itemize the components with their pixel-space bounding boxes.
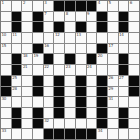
black-cell	[54, 108, 64, 118]
white-cell[interactable]	[87, 87, 97, 97]
white-cell[interactable]	[65, 108, 75, 118]
clue-number: 7	[44, 12, 46, 17]
black-cell	[12, 65, 22, 75]
clue-number: 21	[23, 65, 28, 70]
white-cell[interactable]: 21	[22, 65, 32, 75]
white-cell[interactable]: 3	[44, 1, 54, 11]
white-cell[interactable]	[22, 22, 32, 32]
black-cell	[129, 87, 139, 97]
black-cell	[1, 76, 11, 86]
white-cell[interactable]	[108, 119, 118, 129]
clue-number: 11	[12, 33, 17, 38]
white-cell[interactable]	[129, 33, 139, 43]
white-cell[interactable]	[65, 44, 75, 54]
clue-number: 23	[66, 65, 71, 70]
white-cell[interactable]	[87, 76, 97, 86]
black-cell	[76, 108, 86, 118]
white-cell[interactable]	[87, 33, 97, 43]
black-cell	[65, 1, 75, 11]
white-cell[interactable]: 1	[1, 1, 11, 11]
crossword-grid: 1234567891011121314151617181920212223242…	[0, 0, 140, 140]
clue-number: 30	[2, 97, 7, 102]
clue-number: 31	[108, 97, 113, 102]
black-cell	[54, 22, 64, 32]
white-cell[interactable]	[129, 129, 139, 139]
white-cell[interactable]	[108, 22, 118, 32]
white-cell[interactable]	[119, 1, 129, 11]
white-cell[interactable]: 11	[12, 33, 22, 43]
white-cell[interactable]	[108, 108, 118, 118]
black-cell	[119, 119, 129, 129]
white-cell[interactable]	[54, 119, 64, 129]
white-cell[interactable]	[76, 44, 86, 54]
black-cell	[54, 87, 64, 97]
black-cell	[33, 76, 43, 86]
white-cell[interactable]	[22, 12, 32, 22]
white-cell[interactable]	[129, 65, 139, 75]
white-cell[interactable]	[33, 33, 43, 43]
black-cell	[54, 76, 64, 86]
clue-number: 26	[108, 76, 113, 81]
white-cell[interactable]	[97, 33, 107, 43]
black-cell	[119, 22, 129, 32]
clue-number: 22	[44, 65, 49, 70]
white-cell[interactable]	[76, 54, 86, 64]
clue-number: 6	[130, 1, 132, 6]
white-cell[interactable]	[65, 22, 75, 32]
white-cell[interactable]	[44, 97, 54, 107]
black-cell	[54, 97, 64, 107]
white-cell[interactable]	[54, 65, 64, 75]
clue-number: 14	[119, 33, 124, 38]
black-cell	[97, 22, 107, 32]
black-cell	[12, 119, 22, 129]
white-cell[interactable]	[129, 54, 139, 64]
clue-number: 2	[23, 1, 25, 6]
black-cell	[76, 87, 86, 97]
black-cell	[97, 76, 107, 86]
white-cell[interactable]	[22, 33, 32, 43]
black-cell	[97, 87, 107, 97]
white-cell[interactable]: 28	[12, 87, 22, 97]
black-cell	[44, 54, 54, 64]
white-cell[interactable]	[87, 22, 97, 32]
black-cell	[12, 12, 22, 22]
black-cell	[97, 97, 107, 107]
white-cell[interactable]	[76, 119, 86, 129]
black-cell	[65, 54, 75, 64]
clue-number: 18	[23, 54, 28, 59]
black-cell	[33, 44, 43, 54]
white-cell[interactable]	[22, 44, 32, 54]
white-cell[interactable]: 19	[33, 54, 43, 64]
black-cell	[97, 44, 107, 54]
white-cell[interactable]	[129, 119, 139, 129]
white-cell[interactable]	[1, 119, 11, 129]
white-cell[interactable]	[129, 44, 139, 54]
white-cell[interactable]	[22, 87, 32, 97]
black-cell	[65, 129, 75, 139]
black-cell	[44, 129, 54, 139]
black-cell	[97, 108, 107, 118]
white-cell[interactable]	[87, 108, 97, 118]
white-cell[interactable]: 16	[44, 44, 54, 54]
black-cell	[33, 12, 43, 22]
white-cell[interactable]: 29	[108, 87, 118, 97]
black-cell	[12, 54, 22, 64]
clue-number: 16	[44, 44, 49, 49]
clue-number: 28	[12, 87, 17, 92]
white-cell[interactable]: 20	[97, 54, 107, 64]
white-cell[interactable]	[1, 108, 11, 118]
white-cell[interactable]	[22, 129, 32, 139]
clue-number: 3	[44, 1, 46, 6]
white-cell[interactable]	[22, 97, 32, 107]
clue-number: 12	[55, 33, 60, 38]
white-cell[interactable]	[54, 44, 64, 54]
black-cell	[54, 129, 64, 139]
white-cell[interactable]	[54, 12, 64, 22]
clue-number: 1	[2, 1, 4, 6]
white-cell[interactable]: 18	[22, 54, 32, 64]
black-cell	[119, 108, 129, 118]
clue-number: 34	[98, 129, 103, 134]
white-cell[interactable]	[76, 12, 86, 22]
black-cell	[12, 22, 22, 32]
white-cell[interactable]: 7	[44, 12, 54, 22]
white-cell[interactable]	[1, 65, 11, 75]
white-cell[interactable]	[33, 1, 43, 11]
clue-number: 9	[87, 12, 89, 17]
white-cell[interactable]: 9	[87, 12, 97, 22]
white-cell[interactable]	[22, 108, 32, 118]
black-cell	[33, 119, 43, 129]
white-cell[interactable]	[97, 65, 107, 75]
clue-number: 32	[44, 119, 49, 124]
white-cell[interactable]: 33	[1, 129, 11, 139]
white-cell[interactable]	[119, 44, 129, 54]
white-cell[interactable]	[129, 108, 139, 118]
white-cell[interactable]	[65, 76, 75, 86]
black-cell	[76, 129, 86, 139]
white-cell[interactable]: 34	[97, 129, 107, 139]
clue-number: 10	[2, 33, 7, 38]
white-cell[interactable]: 15	[1, 44, 11, 54]
white-cell[interactable]: 24	[87, 65, 97, 75]
white-cell[interactable]	[108, 65, 118, 75]
white-cell[interactable]: 22	[44, 65, 54, 75]
clue-number: 17	[108, 44, 113, 49]
white-cell[interactable]: 5	[108, 1, 118, 11]
white-cell[interactable]	[33, 65, 43, 75]
white-cell[interactable]: 27	[119, 76, 129, 86]
white-cell[interactable]	[44, 108, 54, 118]
white-cell[interactable]	[54, 54, 64, 64]
white-cell[interactable]	[65, 87, 75, 97]
black-cell	[87, 129, 97, 139]
white-cell[interactable]	[108, 33, 118, 43]
white-cell[interactable]: 12	[54, 33, 64, 43]
white-cell[interactable]	[108, 129, 118, 139]
white-cell[interactable]	[119, 129, 129, 139]
white-cell[interactable]	[12, 97, 22, 107]
white-cell[interactable]	[129, 22, 139, 32]
black-cell	[97, 119, 107, 129]
white-cell[interactable]: 4	[97, 1, 107, 11]
clue-number: 29	[108, 87, 113, 92]
white-cell[interactable]: 2	[22, 1, 32, 11]
white-cell[interactable]: 13	[76, 33, 86, 43]
black-cell	[87, 1, 97, 11]
clue-number: 4	[98, 1, 100, 6]
black-cell	[129, 76, 139, 86]
white-cell[interactable]	[33, 97, 43, 107]
clue-number: 25	[12, 76, 17, 81]
black-cell	[54, 1, 64, 11]
black-cell	[97, 12, 107, 22]
white-cell[interactable]	[76, 65, 86, 75]
black-cell	[33, 108, 43, 118]
black-cell	[76, 76, 86, 86]
black-cell	[76, 97, 86, 107]
clue-number: 8	[66, 12, 68, 17]
clue-number: 15	[2, 44, 7, 49]
white-cell[interactable]	[65, 119, 75, 129]
white-cell[interactable]	[108, 54, 118, 64]
white-cell[interactable]: 23	[65, 65, 75, 75]
white-cell[interactable]	[87, 119, 97, 129]
white-cell[interactable]: 10	[1, 33, 11, 43]
white-cell[interactable]	[1, 12, 11, 22]
white-cell[interactable]: 6	[129, 1, 139, 11]
white-cell[interactable]: 31	[108, 97, 118, 107]
black-cell	[12, 108, 22, 118]
white-cell[interactable]: 8	[65, 12, 75, 22]
white-cell[interactable]	[129, 97, 139, 107]
white-cell[interactable]	[65, 33, 75, 43]
white-cell[interactable]	[87, 97, 97, 107]
white-cell[interactable]: 25	[12, 76, 22, 86]
clue-number: 33	[2, 129, 7, 134]
white-cell[interactable]	[44, 33, 54, 43]
white-cell[interactable]: 32	[44, 119, 54, 129]
white-cell[interactable]	[108, 12, 118, 22]
clue-number: 20	[98, 54, 103, 59]
white-cell[interactable]	[33, 129, 43, 139]
white-cell[interactable]	[44, 87, 54, 97]
black-cell	[119, 54, 129, 64]
white-cell[interactable]	[22, 76, 32, 86]
black-cell	[119, 12, 129, 22]
white-cell[interactable]	[12, 44, 22, 54]
white-cell[interactable]: 14	[119, 33, 129, 43]
white-cell[interactable]	[129, 12, 139, 22]
black-cell	[87, 54, 97, 64]
white-cell[interactable]	[12, 1, 22, 11]
clue-number: 19	[34, 54, 39, 59]
white-cell[interactable]: 17	[108, 44, 118, 54]
black-cell	[76, 1, 86, 11]
white-cell[interactable]	[65, 97, 75, 107]
white-cell[interactable]	[119, 87, 129, 97]
clue-number: 24	[87, 65, 92, 70]
clue-number: 5	[108, 1, 110, 6]
white-cell[interactable]	[119, 97, 129, 107]
white-cell[interactable]	[1, 54, 11, 64]
white-cell[interactable]	[87, 44, 97, 54]
black-cell	[33, 87, 43, 97]
clue-number: 13	[76, 33, 81, 38]
black-cell	[33, 22, 43, 32]
white-cell[interactable]	[44, 22, 54, 32]
black-cell	[1, 87, 11, 97]
white-cell[interactable]	[22, 119, 32, 129]
black-cell	[76, 22, 86, 32]
white-cell[interactable]: 30	[1, 97, 11, 107]
white-cell[interactable]	[44, 76, 54, 86]
white-cell[interactable]	[12, 129, 22, 139]
white-cell[interactable]: 26	[108, 76, 118, 86]
black-cell	[119, 65, 129, 75]
clue-number: 27	[119, 76, 124, 81]
white-cell[interactable]	[1, 22, 11, 32]
